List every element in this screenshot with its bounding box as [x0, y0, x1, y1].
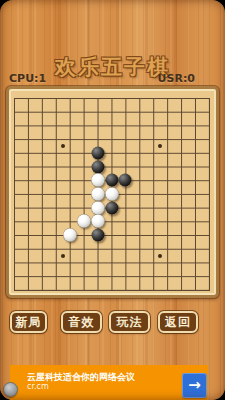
- new-game-button[interactable]: 新局: [10, 311, 47, 333]
- black-stone: [105, 201, 118, 214]
- white-stone: [91, 188, 104, 201]
- star-point: [61, 254, 65, 258]
- board-grid[interactable]: [14, 98, 210, 291]
- white-stone: [63, 229, 76, 242]
- ad-text-block: 云屋科技适合你的网络会议 cr.cm: [10, 365, 208, 392]
- app-screen: 欢乐五子棋 CPU:1 USR:0 新局 音效 玩法 返回 云屋科技适合你的网络…: [0, 0, 225, 400]
- white-stone: [91, 215, 104, 228]
- menu-bar: 新局 音效 玩法 返回: [0, 311, 225, 335]
- black-stone: [91, 229, 104, 242]
- black-stone: [91, 160, 104, 173]
- white-stone: [105, 188, 118, 201]
- arrow-right-icon: →: [188, 378, 201, 393]
- black-stone: [105, 174, 118, 187]
- ad-badge-icon[interactable]: [3, 382, 18, 397]
- black-stone: [119, 174, 132, 187]
- ad-banner[interactable]: 云屋科技适合你的网络会议 cr.cm →: [10, 365, 208, 400]
- ad-headline[interactable]: 云屋科技适合你的网络会议: [27, 372, 208, 382]
- back-button[interactable]: 返回: [158, 311, 198, 333]
- white-stone: [91, 174, 104, 187]
- black-stone: [91, 146, 104, 159]
- usr-score-label: USR:0: [158, 72, 195, 85]
- sound-button[interactable]: 音效: [61, 311, 102, 333]
- white-stone: [77, 215, 90, 228]
- star-point: [158, 144, 162, 148]
- game-board: [6, 86, 219, 298]
- rules-button[interactable]: 玩法: [109, 311, 150, 333]
- ad-cta-button[interactable]: →: [182, 373, 207, 398]
- star-point: [158, 254, 162, 258]
- white-stone: [91, 201, 104, 214]
- star-point: [61, 144, 65, 148]
- cpu-score-label: CPU:1: [9, 72, 46, 85]
- ad-url[interactable]: cr.cm: [27, 382, 208, 392]
